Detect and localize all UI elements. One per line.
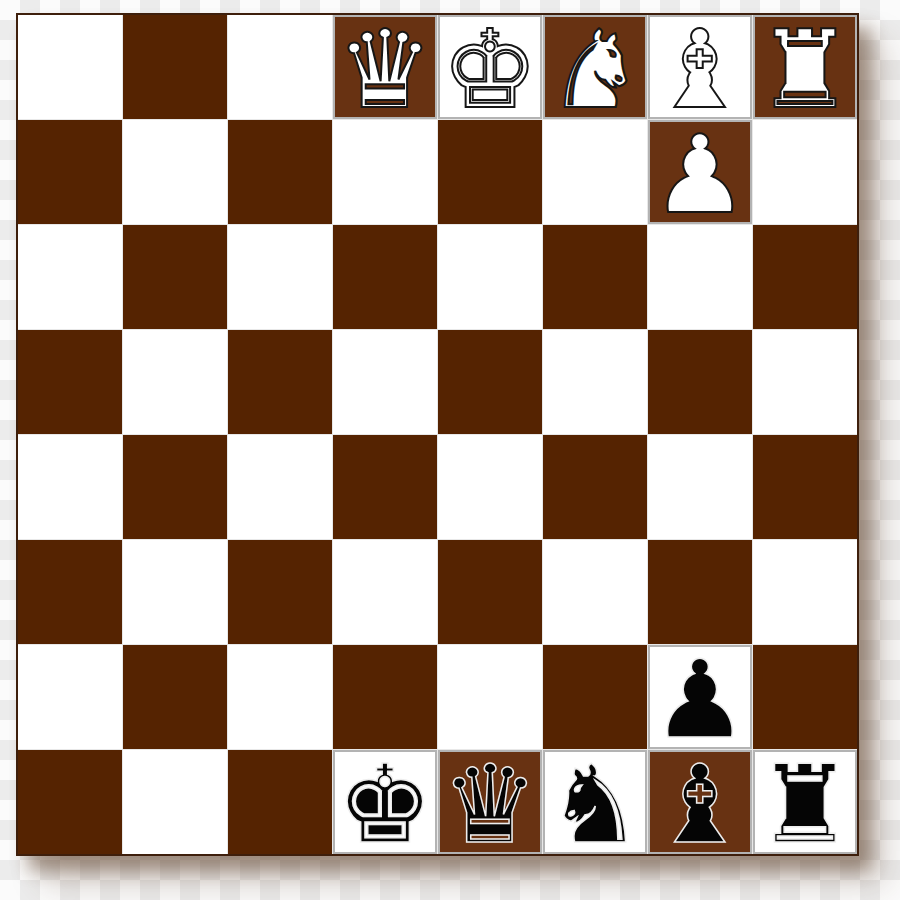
square-e5[interactable] [438,330,542,434]
square-e7[interactable] [438,120,542,224]
square-e3[interactable] [438,540,542,644]
square-a8[interactable] [18,15,122,119]
square-h5[interactable] [753,330,857,434]
square-g5[interactable] [648,330,752,434]
square-b1[interactable] [123,750,227,854]
black-queen-piece: ♛ [442,751,539,859]
square-a1[interactable] [18,750,122,854]
white-bishop-piece: ♝ [652,16,749,124]
square-d8[interactable]: ♛ [333,15,437,119]
square-c8[interactable] [228,15,332,119]
white-rook-piece: ♜ [757,16,854,124]
square-f1[interactable]: ♞ [543,750,647,854]
square-f4[interactable] [543,435,647,539]
square-d5[interactable] [333,330,437,434]
black-knight-piece: ♞ [547,751,644,859]
square-b5[interactable] [123,330,227,434]
square-g3[interactable] [648,540,752,644]
square-c5[interactable] [228,330,332,434]
square-b8[interactable] [123,15,227,119]
square-d1[interactable]: ♚ [333,750,437,854]
square-b6[interactable] [123,225,227,329]
white-pawn-piece: ♟ [652,121,749,229]
square-g7[interactable]: ♟ [648,120,752,224]
square-e2[interactable] [438,645,542,749]
square-e8[interactable]: ♚ [438,15,542,119]
square-g8[interactable]: ♝ [648,15,752,119]
square-d2[interactable] [333,645,437,749]
square-c6[interactable] [228,225,332,329]
square-a2[interactable] [18,645,122,749]
square-c2[interactable] [228,645,332,749]
square-h8[interactable]: ♜ [753,15,857,119]
square-f6[interactable] [543,225,647,329]
square-g4[interactable] [648,435,752,539]
black-bishop-piece: ♝ [652,751,749,859]
square-b2[interactable] [123,645,227,749]
white-knight-piece: ♞ [547,16,644,124]
square-c7[interactable] [228,120,332,224]
square-f2[interactable] [543,645,647,749]
square-e4[interactable] [438,435,542,539]
square-h6[interactable] [753,225,857,329]
square-g1[interactable]: ♝ [648,750,752,854]
square-f8[interactable]: ♞ [543,15,647,119]
square-a7[interactable] [18,120,122,224]
square-c1[interactable] [228,750,332,854]
square-e6[interactable] [438,225,542,329]
square-c4[interactable] [228,435,332,539]
square-d6[interactable] [333,225,437,329]
black-king-piece: ♚ [337,751,434,859]
black-rook-piece: ♜ [757,751,854,859]
square-b7[interactable] [123,120,227,224]
square-d7[interactable] [333,120,437,224]
white-king-piece: ♚ [442,16,539,124]
square-g2[interactable]: ♟ [648,645,752,749]
square-f3[interactable] [543,540,647,644]
square-c3[interactable] [228,540,332,644]
square-h3[interactable] [753,540,857,644]
square-h2[interactable] [753,645,857,749]
square-b4[interactable] [123,435,227,539]
transparency-background: ♛♚♞♝♜♟♟♚♛♞♝♜ [0,0,900,900]
square-a3[interactable] [18,540,122,644]
white-queen-piece: ♛ [337,16,434,124]
square-g6[interactable] [648,225,752,329]
square-h1[interactable]: ♜ [753,750,857,854]
chess-board: ♛♚♞♝♜♟♟♚♛♞♝♜ [16,13,859,856]
square-a6[interactable] [18,225,122,329]
square-h4[interactable] [753,435,857,539]
square-a5[interactable] [18,330,122,434]
black-pawn-piece: ♟ [652,646,749,754]
square-b3[interactable] [123,540,227,644]
square-f7[interactable] [543,120,647,224]
square-a4[interactable] [18,435,122,539]
square-f5[interactable] [543,330,647,434]
square-d3[interactable] [333,540,437,644]
square-e1[interactable]: ♛ [438,750,542,854]
square-d4[interactable] [333,435,437,539]
square-h7[interactable] [753,120,857,224]
